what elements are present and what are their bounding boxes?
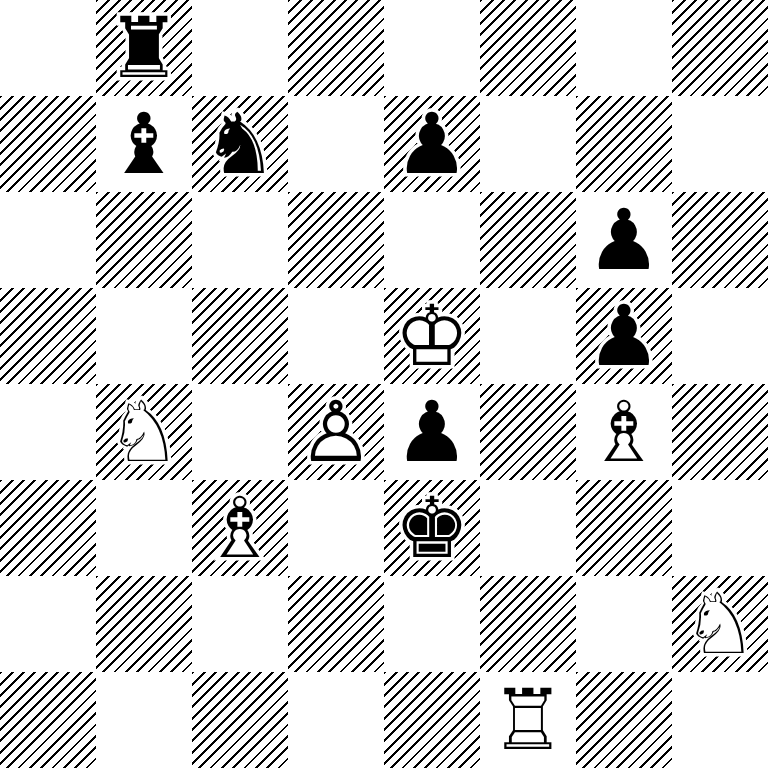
- square-d3[interactable]: [288, 480, 384, 576]
- square-b6[interactable]: [96, 192, 192, 288]
- piece-white-knight[interactable]: ♞♘: [672, 576, 768, 672]
- piece-black-pawn[interactable]: ♟♟: [384, 96, 480, 192]
- square-g6[interactable]: ♟♟: [576, 192, 672, 288]
- piece-black-pawn[interactable]: ♟♟: [384, 384, 480, 480]
- square-g7[interactable]: [576, 96, 672, 192]
- square-e1[interactable]: [384, 672, 480, 768]
- square-f4[interactable]: [480, 384, 576, 480]
- square-a7[interactable]: [0, 96, 96, 192]
- square-a6[interactable]: [0, 192, 96, 288]
- square-a2[interactable]: [0, 576, 96, 672]
- square-b1[interactable]: [96, 672, 192, 768]
- black-pawn-glyph: ♟: [394, 102, 469, 186]
- square-h2[interactable]: ♞♘: [672, 576, 768, 672]
- square-a1[interactable]: [0, 672, 96, 768]
- white-bishop-glyph: ♗: [202, 486, 277, 570]
- black-king-glyph: ♚: [394, 486, 469, 570]
- square-f3[interactable]: [480, 480, 576, 576]
- square-e3[interactable]: ♚♚: [384, 480, 480, 576]
- white-pawn-glyph: ♙: [298, 390, 373, 474]
- square-b8[interactable]: ♜♜: [96, 0, 192, 96]
- black-rook-glyph: ♜: [106, 6, 181, 90]
- square-g3[interactable]: [576, 480, 672, 576]
- square-g8[interactable]: [576, 0, 672, 96]
- black-bishop-glyph: ♝: [106, 102, 181, 186]
- square-h1[interactable]: [672, 672, 768, 768]
- piece-black-knight[interactable]: ♞♞: [192, 96, 288, 192]
- square-f6[interactable]: [480, 192, 576, 288]
- square-g2[interactable]: [576, 576, 672, 672]
- square-c5[interactable]: [192, 288, 288, 384]
- piece-black-bishop[interactable]: ♝♝: [96, 96, 192, 192]
- square-e4[interactable]: ♟♟: [384, 384, 480, 480]
- square-d1[interactable]: [288, 672, 384, 768]
- piece-black-pawn[interactable]: ♟♟: [576, 288, 672, 384]
- white-knight-glyph: ♘: [106, 390, 181, 474]
- piece-white-bishop[interactable]: ♝♗: [192, 480, 288, 576]
- square-e7[interactable]: ♟♟: [384, 96, 480, 192]
- square-g5[interactable]: ♟♟: [576, 288, 672, 384]
- square-h7[interactable]: [672, 96, 768, 192]
- square-f5[interactable]: [480, 288, 576, 384]
- white-bishop-glyph: ♗: [586, 390, 661, 474]
- square-f2[interactable]: [480, 576, 576, 672]
- square-c8[interactable]: [192, 0, 288, 96]
- piece-black-king[interactable]: ♚♚: [384, 480, 480, 576]
- square-a5[interactable]: [0, 288, 96, 384]
- piece-white-rook[interactable]: ♜♖: [480, 672, 576, 768]
- square-h4[interactable]: [672, 384, 768, 480]
- black-pawn-glyph: ♟: [586, 198, 661, 282]
- square-h6[interactable]: [672, 192, 768, 288]
- square-d2[interactable]: [288, 576, 384, 672]
- piece-white-bishop[interactable]: ♝♗: [576, 384, 672, 480]
- square-h5[interactable]: [672, 288, 768, 384]
- piece-white-knight[interactable]: ♞♘: [96, 384, 192, 480]
- square-b5[interactable]: [96, 288, 192, 384]
- square-c3[interactable]: ♝♗: [192, 480, 288, 576]
- white-rook-glyph: ♖: [490, 678, 565, 762]
- square-e8[interactable]: [384, 0, 480, 96]
- piece-white-king[interactable]: ♚♔: [384, 288, 480, 384]
- chess-board: ♜♜♝♝♞♞♟♟♟♟♚♔♟♟♞♘♟♙♟♟♝♗♝♗♚♚♞♘♜♖: [0, 0, 768, 768]
- black-pawn-glyph: ♟: [586, 294, 661, 378]
- square-c1[interactable]: [192, 672, 288, 768]
- square-d4[interactable]: ♟♙: [288, 384, 384, 480]
- square-f8[interactable]: [480, 0, 576, 96]
- white-king-glyph: ♔: [394, 294, 469, 378]
- square-c7[interactable]: ♞♞: [192, 96, 288, 192]
- square-b3[interactable]: [96, 480, 192, 576]
- square-a3[interactable]: [0, 480, 96, 576]
- piece-black-pawn[interactable]: ♟♟: [576, 192, 672, 288]
- square-c4[interactable]: [192, 384, 288, 480]
- black-pawn-glyph: ♟: [394, 390, 469, 474]
- square-b4[interactable]: ♞♘: [96, 384, 192, 480]
- white-knight-glyph: ♘: [682, 582, 757, 666]
- square-h3[interactable]: [672, 480, 768, 576]
- square-c6[interactable]: [192, 192, 288, 288]
- piece-black-rook[interactable]: ♜♜: [96, 0, 192, 96]
- square-d6[interactable]: [288, 192, 384, 288]
- square-f7[interactable]: [480, 96, 576, 192]
- square-g1[interactable]: [576, 672, 672, 768]
- square-e2[interactable]: [384, 576, 480, 672]
- square-d7[interactable]: [288, 96, 384, 192]
- black-knight-glyph: ♞: [202, 102, 277, 186]
- square-e6[interactable]: [384, 192, 480, 288]
- square-g4[interactable]: ♝♗: [576, 384, 672, 480]
- square-f1[interactable]: ♜♖: [480, 672, 576, 768]
- square-h8[interactable]: [672, 0, 768, 96]
- square-a4[interactable]: [0, 384, 96, 480]
- square-a8[interactable]: [0, 0, 96, 96]
- square-c2[interactable]: [192, 576, 288, 672]
- square-d5[interactable]: [288, 288, 384, 384]
- piece-white-pawn[interactable]: ♟♙: [288, 384, 384, 480]
- square-b2[interactable]: [96, 576, 192, 672]
- square-e5[interactable]: ♚♔: [384, 288, 480, 384]
- square-b7[interactable]: ♝♝: [96, 96, 192, 192]
- square-d8[interactable]: [288, 0, 384, 96]
